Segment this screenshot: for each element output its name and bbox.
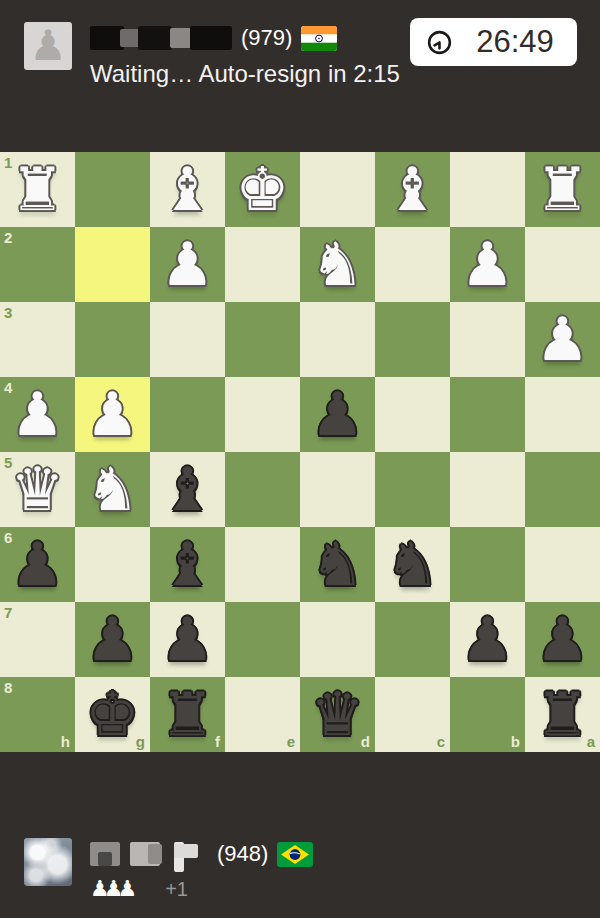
square-b4[interactable]: [450, 377, 525, 452]
square-g1[interactable]: [75, 152, 150, 227]
white-rook[interactable]: ♜: [525, 152, 600, 227]
square-d5[interactable]: [300, 452, 375, 527]
india-flag-icon: [301, 26, 337, 51]
black-pawn[interactable]: ♟: [150, 602, 225, 677]
white-pawn[interactable]: ♟: [150, 227, 225, 302]
square-g2[interactable]: [75, 227, 150, 302]
black-pawn[interactable]: ♟: [525, 602, 600, 677]
chess-board[interactable]: 1♜♝♚♝♜2♟♞♟3♟4♟♟♟5♛♞♝6♟♝♞♞7♟♟♟♟8hg♚f♜ed♛c…: [0, 152, 600, 752]
square-h7[interactable]: 7: [0, 602, 75, 677]
square-d2[interactable]: ♞: [300, 227, 375, 302]
black-king[interactable]: ♚: [75, 677, 150, 752]
square-e4[interactable]: [225, 377, 300, 452]
material-advantage: +1: [165, 878, 188, 901]
square-b5[interactable]: [450, 452, 525, 527]
top-player-info[interactable]: (979) Waiting… Auto-resign in 2:15: [90, 24, 400, 88]
square-c5[interactable]: [375, 452, 450, 527]
rank-label-3: 3: [4, 305, 12, 320]
square-g8[interactable]: g♚: [75, 677, 150, 752]
top-clock-time: 26:49: [453, 24, 577, 60]
rank-label-2: 2: [4, 230, 12, 245]
square-a4[interactable]: [525, 377, 600, 452]
square-a5[interactable]: [525, 452, 600, 527]
black-pawn[interactable]: ♟: [300, 377, 375, 452]
rank-label-7: 7: [4, 605, 12, 620]
square-f7[interactable]: ♟: [150, 602, 225, 677]
square-d1[interactable]: [300, 152, 375, 227]
square-h5[interactable]: 5♛: [0, 452, 75, 527]
square-b2[interactable]: ♟: [450, 227, 525, 302]
black-rook[interactable]: ♜: [525, 677, 600, 752]
square-c1[interactable]: ♝: [375, 152, 450, 227]
square-a3[interactable]: ♟: [525, 302, 600, 377]
white-pawn[interactable]: ♟: [0, 377, 75, 452]
square-b8[interactable]: b: [450, 677, 525, 752]
square-c3[interactable]: [375, 302, 450, 377]
square-h1[interactable]: 1♜: [0, 152, 75, 227]
square-b1[interactable]: [450, 152, 525, 227]
top-player-avatar[interactable]: ♟: [24, 22, 72, 70]
white-king[interactable]: ♚: [225, 152, 300, 227]
top-player-clock: 26:49: [410, 18, 577, 66]
square-h6[interactable]: 6♟: [0, 527, 75, 602]
square-h3[interactable]: 3: [0, 302, 75, 377]
pawn-avatar-icon: ♟: [29, 22, 67, 70]
square-e2[interactable]: [225, 227, 300, 302]
white-rook[interactable]: ♜: [0, 152, 75, 227]
square-h8[interactable]: 8h: [0, 677, 75, 752]
white-queen[interactable]: ♛: [0, 452, 75, 527]
square-h2[interactable]: 2: [0, 227, 75, 302]
file-label-h: h: [61, 734, 70, 749]
black-queen[interactable]: ♛: [300, 677, 375, 752]
square-b3[interactable]: [450, 302, 525, 377]
square-h4[interactable]: 4♟: [0, 377, 75, 452]
square-e1[interactable]: ♚: [225, 152, 300, 227]
black-pawn[interactable]: ♟: [75, 602, 150, 677]
captured-pawns-icons: ♟♟♟: [90, 877, 131, 901]
square-c2[interactable]: [375, 227, 450, 302]
square-a8[interactable]: a♜: [525, 677, 600, 752]
black-knight[interactable]: ♞: [300, 527, 375, 602]
square-g4[interactable]: ♟: [75, 377, 150, 452]
square-c8[interactable]: c: [375, 677, 450, 752]
square-g6[interactable]: [75, 527, 150, 602]
bottom-player-avatar[interactable]: [24, 838, 72, 886]
square-f5[interactable]: ♝: [150, 452, 225, 527]
square-f1[interactable]: ♝: [150, 152, 225, 227]
clock-icon: [426, 29, 453, 56]
square-g5[interactable]: ♞: [75, 452, 150, 527]
square-d6[interactable]: ♞: [300, 527, 375, 602]
square-f6[interactable]: ♝: [150, 527, 225, 602]
bottom-player-name-redacted: [90, 842, 208, 866]
file-label-c: c: [437, 734, 445, 749]
square-b6[interactable]: [450, 527, 525, 602]
square-f3[interactable]: [150, 302, 225, 377]
white-bishop[interactable]: ♝: [150, 152, 225, 227]
square-d8[interactable]: d♛: [300, 677, 375, 752]
square-d7[interactable]: [300, 602, 375, 677]
square-d3[interactable]: [300, 302, 375, 377]
bottom-player-bar: (948) ♟♟♟ +1 27:11: [0, 752, 600, 918]
black-pawn[interactable]: ♟: [0, 527, 75, 602]
black-bishop[interactable]: ♝: [150, 527, 225, 602]
white-knight[interactable]: ♞: [300, 227, 375, 302]
square-a2[interactable]: [525, 227, 600, 302]
square-e7[interactable]: [225, 602, 300, 677]
rank-label-8: 8: [4, 680, 12, 695]
bottom-player-rating: (948): [217, 841, 268, 867]
square-a6[interactable]: [525, 527, 600, 602]
auto-resign-status: Waiting… Auto-resign in 2:15: [90, 60, 400, 88]
square-e6[interactable]: [225, 527, 300, 602]
top-player-rating: (979): [241, 25, 292, 51]
top-player-bar: ♟ (979) Waiting… Auto-resign: [0, 0, 600, 152]
black-knight[interactable]: ♞: [375, 527, 450, 602]
black-bishop[interactable]: ♝: [150, 452, 225, 527]
file-label-e: e: [287, 734, 295, 749]
square-c4[interactable]: [375, 377, 450, 452]
square-g7[interactable]: ♟: [75, 602, 150, 677]
bottom-player-info[interactable]: (948) ♟♟♟ +1: [90, 840, 313, 901]
top-player-name-redacted: [90, 26, 232, 50]
square-d4[interactable]: ♟: [300, 377, 375, 452]
square-e5[interactable]: [225, 452, 300, 527]
square-c6[interactable]: ♞: [375, 527, 450, 602]
square-f4[interactable]: [150, 377, 225, 452]
square-e3[interactable]: [225, 302, 300, 377]
white-knight[interactable]: ♞: [75, 452, 150, 527]
white-pawn[interactable]: ♟: [75, 377, 150, 452]
square-c7[interactable]: [375, 602, 450, 677]
black-rook[interactable]: ♜: [150, 677, 225, 752]
square-g3[interactable]: [75, 302, 150, 377]
square-e8[interactable]: e: [225, 677, 300, 752]
square-b7[interactable]: ♟: [450, 602, 525, 677]
white-pawn[interactable]: ♟: [450, 227, 525, 302]
white-bishop[interactable]: ♝: [375, 152, 450, 227]
square-a1[interactable]: ♜: [525, 152, 600, 227]
black-pawn[interactable]: ♟: [450, 602, 525, 677]
white-pawn[interactable]: ♟: [525, 302, 600, 377]
square-f8[interactable]: f♜: [150, 677, 225, 752]
square-a7[interactable]: ♟: [525, 602, 600, 677]
square-f2[interactable]: ♟: [150, 227, 225, 302]
brazil-flag-icon: [277, 842, 313, 867]
file-label-b: b: [511, 734, 520, 749]
